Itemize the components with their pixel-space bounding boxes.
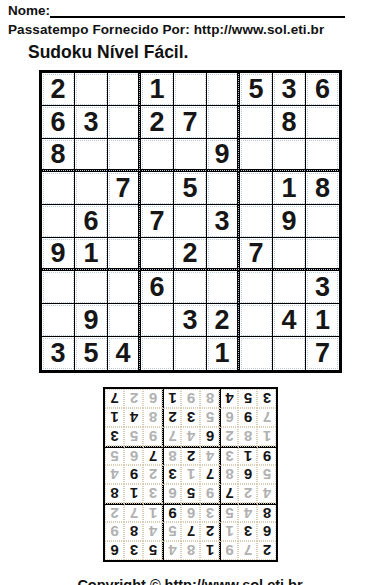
- solution-cell: 1: [219, 522, 238, 541]
- solution-cell: 4: [162, 541, 181, 560]
- solution-cell: 9: [257, 446, 276, 465]
- solution-cell: 4: [105, 465, 124, 484]
- solution-cell: 7: [238, 541, 257, 560]
- solution-cell: 6: [162, 484, 181, 503]
- solution-cell: 1: [162, 389, 181, 408]
- solution-cell: 9: [219, 541, 238, 560]
- solution-cell: 6: [219, 408, 238, 427]
- name-label: Nome:: [8, 3, 50, 18]
- puzzle-cell: [240, 337, 273, 370]
- puzzle-cell: 1: [75, 238, 108, 271]
- solution-cell: 6: [238, 465, 257, 484]
- solution-cell: 8: [124, 522, 143, 541]
- solution-cell: 3: [257, 389, 276, 408]
- solution-cell: 2: [219, 427, 238, 446]
- solution-cell: 3: [181, 408, 200, 427]
- puzzle-cell: [75, 172, 108, 205]
- puzzle-cell: 7: [174, 106, 207, 139]
- solution-cell: 7: [257, 408, 276, 427]
- puzzle-cell: [108, 304, 141, 337]
- solution-cell: 2: [162, 408, 181, 427]
- puzzle-cell: 5: [75, 337, 108, 370]
- puzzle-cell: [207, 172, 240, 205]
- puzzle-cell: 7: [306, 337, 339, 370]
- puzzle-cell: 3: [42, 337, 75, 370]
- puzzle-cell: [108, 205, 141, 238]
- solution-cell: 8: [219, 465, 238, 484]
- solution-cell: 5: [105, 446, 124, 465]
- puzzle-cell: [174, 337, 207, 370]
- solution-cell: 6: [143, 389, 162, 408]
- solution-cell: 7: [181, 522, 200, 541]
- solution-cell: 6: [105, 541, 124, 560]
- puzzle-cell: [207, 73, 240, 106]
- solution-cell: 4: [219, 389, 238, 408]
- puzzle-cell: [273, 139, 306, 172]
- puzzle-cell: [174, 205, 207, 238]
- puzzle-cell: [141, 337, 174, 370]
- puzzle-cell: 2: [42, 73, 75, 106]
- puzzle-cell: [273, 238, 306, 271]
- solution-cell: 4: [181, 427, 200, 446]
- solution-cell: 7: [200, 465, 219, 484]
- puzzle-cell: 2: [174, 238, 207, 271]
- solution-cell: 5: [257, 465, 276, 484]
- solution-cell: 7: [162, 427, 181, 446]
- solution-cell: 8: [181, 541, 200, 560]
- solution-cell: 1: [257, 427, 276, 446]
- solution-cell: 9: [200, 484, 219, 503]
- puzzle-cell: 8: [42, 139, 75, 172]
- solution-cell: 8: [143, 408, 162, 427]
- puzzle-cell: [240, 271, 273, 304]
- solution-cell: 9: [162, 503, 181, 522]
- solution-cell: 8: [200, 389, 219, 408]
- solution-cell: 2: [143, 465, 162, 484]
- sudoku-sheet: { "game": "sudoku", "header": { "name_la…: [0, 0, 380, 585]
- puzzle-cell: 9: [42, 238, 75, 271]
- puzzle-cell: 1: [273, 172, 306, 205]
- puzzle-cell: [174, 139, 207, 172]
- puzzle-cell: 7: [108, 172, 141, 205]
- solution-cell: 2: [181, 446, 200, 465]
- solution-cell: 4: [238, 503, 257, 522]
- puzzle-cell: 5: [174, 172, 207, 205]
- puzzle-cell: [240, 172, 273, 205]
- puzzle-cell: 3: [75, 106, 108, 139]
- puzzle-cell: 8: [273, 106, 306, 139]
- solution-cell: 1: [105, 408, 124, 427]
- puzzle-cell: 6: [306, 73, 339, 106]
- puzzle-cell: 3: [306, 271, 339, 304]
- copyright-text: Copyright © http://www.sol.eti.br: [0, 577, 380, 585]
- solution-cell: 4: [257, 484, 276, 503]
- solution-cell: 3: [200, 503, 219, 522]
- puzzle-cell: 5: [240, 73, 273, 106]
- solution-cell: 9: [143, 427, 162, 446]
- solution-cell: 1: [181, 465, 200, 484]
- solution-cell: 5: [238, 389, 257, 408]
- puzzle-cell: 6: [141, 271, 174, 304]
- puzzle-cell: [108, 106, 141, 139]
- solution-cell: 5: [162, 522, 181, 541]
- puzzle-cell: [240, 205, 273, 238]
- solution-cell: 2: [238, 484, 257, 503]
- puzzle-cell: [75, 73, 108, 106]
- solution-cell: 2: [124, 389, 143, 408]
- puzzle-cell: 8: [306, 172, 339, 205]
- solution-cell: 5: [219, 503, 238, 522]
- puzzle-cell: [75, 139, 108, 172]
- solution-cell: 3: [124, 541, 143, 560]
- puzzle-cell: [240, 106, 273, 139]
- solution-cell: 9: [181, 389, 200, 408]
- puzzle-cell: 1: [306, 304, 339, 337]
- puzzle-cell: [108, 271, 141, 304]
- puzzle-cell: 9: [207, 139, 240, 172]
- puzzle-cell: 3: [273, 73, 306, 106]
- puzzle-cell: [174, 73, 207, 106]
- puzzle-cell: [207, 106, 240, 139]
- solution-cell: 6: [200, 427, 219, 446]
- solution-cell: 8: [105, 484, 124, 503]
- puzzle-cell: 7: [141, 205, 174, 238]
- puzzle-cell: [240, 304, 273, 337]
- solution-cell: 4: [143, 522, 162, 541]
- puzzle-cell: [174, 271, 207, 304]
- puzzle-cell: [141, 172, 174, 205]
- solution-cell: 8: [162, 446, 181, 465]
- puzzle-cell: 4: [108, 337, 141, 370]
- puzzle-cell: [306, 205, 339, 238]
- puzzle-cell: 6: [75, 205, 108, 238]
- puzzle-cell: [141, 304, 174, 337]
- puzzle-cell: 2: [141, 106, 174, 139]
- puzzle-cell: 6: [42, 106, 75, 139]
- solution-grid: 2791845366312754898453691724279563185687…: [103, 387, 278, 562]
- solution-cell: 7: [124, 503, 143, 522]
- puzzle-cell: 4: [273, 304, 306, 337]
- puzzle-cell: [141, 238, 174, 271]
- solution-cell: 4: [124, 408, 143, 427]
- puzzle-cell: [207, 271, 240, 304]
- puzzle-cell: [306, 238, 339, 271]
- solution-cell: 5: [181, 484, 200, 503]
- puzzle-cell: [108, 73, 141, 106]
- puzzle-cell: [42, 271, 75, 304]
- solution-cell: 9: [124, 465, 143, 484]
- solution-cell: 7: [219, 484, 238, 503]
- solution-cell: 1: [200, 541, 219, 560]
- page-title: Sudoku Nível Fácil.: [28, 42, 372, 63]
- solution-cell: 3: [162, 465, 181, 484]
- solution-cell: 6: [257, 522, 276, 541]
- solution-cell: 2: [257, 541, 276, 560]
- solution-cell: 3: [219, 446, 238, 465]
- puzzle-cell: [42, 172, 75, 205]
- puzzle-grid: 215366327889751867399127639324135417: [39, 70, 342, 373]
- page-header: Nome: Passatempo Fornecido Por: http://w…: [0, 0, 380, 63]
- solution-cell: 7: [105, 389, 124, 408]
- solution-cell: 1: [124, 484, 143, 503]
- solution-cell: 6: [124, 446, 143, 465]
- name-blank-line: [50, 3, 345, 18]
- puzzle-cell: [306, 106, 339, 139]
- puzzle-cell: [273, 337, 306, 370]
- solution-cell: 2: [200, 522, 219, 541]
- puzzle-cell: [240, 139, 273, 172]
- solution-cell: 1: [238, 446, 257, 465]
- puzzle-cell: [273, 271, 306, 304]
- solution-cell: 6: [181, 503, 200, 522]
- name-row: Nome:: [8, 3, 372, 18]
- solution-cell: 8: [257, 503, 276, 522]
- solution-cell: 5: [143, 541, 162, 560]
- solution-cell: 2: [105, 503, 124, 522]
- solution-cell: 9: [238, 408, 257, 427]
- puzzle-cell: [42, 304, 75, 337]
- puzzle-cell: 7: [240, 238, 273, 271]
- solution-cell: 5: [124, 427, 143, 446]
- puzzle-cell: 1: [207, 337, 240, 370]
- solution-cell: 7: [143, 446, 162, 465]
- solution-cell: 3: [143, 484, 162, 503]
- solution-cell: 8: [238, 427, 257, 446]
- solution-cell: 3: [238, 522, 257, 541]
- puzzle-cell: 9: [75, 304, 108, 337]
- puzzle-cell: 9: [273, 205, 306, 238]
- solution-cell: 3: [105, 427, 124, 446]
- puzzle-cell: [42, 205, 75, 238]
- solution-cell: 1: [143, 503, 162, 522]
- solution-cell: 9: [105, 522, 124, 541]
- puzzle-cell: [141, 139, 174, 172]
- puzzle-cell: [207, 238, 240, 271]
- puzzle-cell: 3: [174, 304, 207, 337]
- puzzle-cell: [108, 139, 141, 172]
- puzzle-cell: 3: [207, 205, 240, 238]
- puzzle-cell: 1: [141, 73, 174, 106]
- puzzle-cell: [306, 139, 339, 172]
- solution-cell: 4: [200, 446, 219, 465]
- provided-by-text: Passatempo Fornecido Por: http://www.sol…: [8, 22, 372, 37]
- solution-cell: 5: [200, 408, 219, 427]
- puzzle-cell: [75, 271, 108, 304]
- puzzle-cell: 2: [207, 304, 240, 337]
- puzzle-cell: [108, 238, 141, 271]
